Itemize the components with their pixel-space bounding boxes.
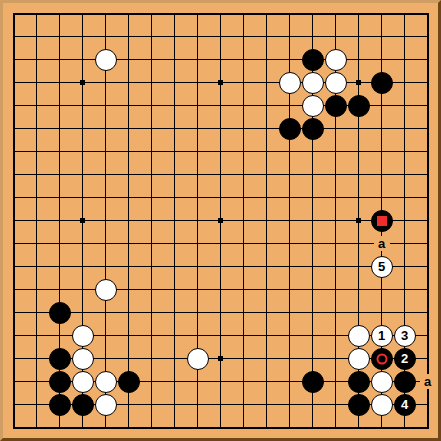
point-label-a: a	[374, 236, 390, 251]
black-stone	[325, 95, 347, 117]
star-point	[218, 218, 223, 223]
black-stone	[49, 302, 71, 324]
white-stone	[279, 72, 301, 94]
black-stone	[118, 371, 140, 393]
black-stone-move-4: 4	[394, 394, 416, 416]
black-stone	[302, 49, 324, 71]
white-stone	[302, 95, 324, 117]
white-stone	[302, 72, 324, 94]
grid-line-horizontal	[14, 312, 428, 313]
black-stone	[49, 348, 71, 370]
star-point	[80, 218, 85, 223]
red-circle-mark	[376, 353, 387, 364]
white-stone	[72, 325, 94, 347]
white-stone	[95, 279, 117, 301]
black-stone	[394, 371, 416, 393]
black-stone	[302, 118, 324, 140]
white-stone-move-3: 3	[394, 325, 416, 347]
black-stone-circle-marked	[371, 348, 393, 370]
point-label-a: a	[420, 374, 436, 389]
black-stone	[302, 371, 324, 393]
star-point	[218, 80, 223, 85]
star-point	[356, 218, 361, 223]
star-point	[80, 80, 85, 85]
grid-line-vertical	[266, 14, 267, 428]
black-stone	[49, 394, 71, 416]
black-stone	[279, 118, 301, 140]
white-stone	[325, 49, 347, 71]
white-stone	[348, 348, 370, 370]
black-stone	[371, 72, 393, 94]
black-stone	[348, 95, 370, 117]
white-stone	[371, 394, 393, 416]
white-stone-move-1: 1	[371, 325, 393, 347]
white-stone	[72, 371, 94, 393]
black-stone-square-marked	[371, 210, 393, 232]
black-stone	[72, 394, 94, 416]
black-stone	[348, 371, 370, 393]
black-stone	[348, 394, 370, 416]
grid-line-horizontal	[14, 266, 428, 267]
white-stone	[95, 49, 117, 71]
white-stone	[95, 371, 117, 393]
white-stone	[325, 72, 347, 94]
red-square-mark	[377, 216, 387, 226]
star-point	[356, 80, 361, 85]
grid-line-horizontal	[14, 243, 428, 244]
white-stone-move-5: 5	[371, 256, 393, 278]
white-stone	[371, 371, 393, 393]
white-stone	[348, 325, 370, 347]
black-stone	[49, 371, 71, 393]
star-point	[218, 356, 223, 361]
black-stone-move-2: 2	[394, 348, 416, 370]
white-stone	[95, 394, 117, 416]
grid-line-horizontal	[14, 289, 428, 290]
white-stone	[72, 348, 94, 370]
go-board: 51324aa	[0, 0, 441, 441]
white-stone	[187, 348, 209, 370]
grid-line-vertical	[243, 14, 244, 428]
